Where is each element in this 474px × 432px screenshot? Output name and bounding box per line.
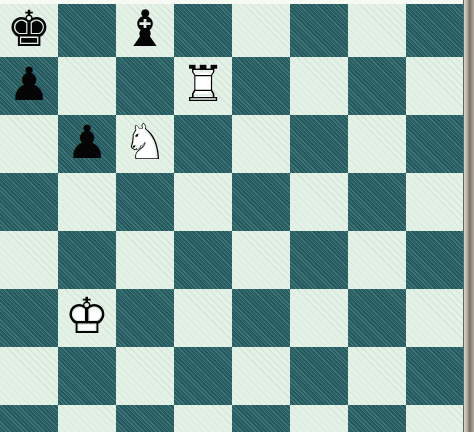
piece-white-knight-c6[interactable]: ♞♘ [116, 115, 174, 173]
square-d1[interactable] [174, 405, 232, 432]
piece-black-pawn-b6[interactable]: ♟ [58, 115, 116, 173]
square-f6[interactable] [290, 115, 348, 173]
square-e5[interactable] [232, 173, 290, 231]
square-d6[interactable] [174, 115, 232, 173]
black-bishop-glyph: ♝ [123, 4, 168, 54]
square-h3[interactable] [406, 289, 464, 347]
square-a7[interactable]: ♟ [0, 57, 58, 115]
square-c1[interactable] [116, 405, 174, 432]
black-pawn-glyph: ♟ [66, 119, 107, 165]
square-f2[interactable] [290, 347, 348, 405]
square-g5[interactable] [348, 173, 406, 231]
square-c3[interactable] [116, 289, 174, 347]
square-e4[interactable] [232, 231, 290, 289]
square-a5[interactable] [0, 173, 58, 231]
square-g4[interactable] [348, 231, 406, 289]
square-f8[interactable] [290, 4, 348, 57]
square-h4[interactable] [406, 231, 464, 289]
square-e8[interactable] [232, 4, 290, 57]
square-c5[interactable] [116, 173, 174, 231]
piece-white-king-b3[interactable]: ♚♔ [58, 289, 116, 347]
square-b6[interactable]: ♟ [58, 115, 116, 173]
square-e1[interactable] [232, 405, 290, 432]
square-a3[interactable] [0, 289, 58, 347]
square-f3[interactable] [290, 289, 348, 347]
square-a1[interactable] [0, 405, 58, 432]
square-d5[interactable] [174, 173, 232, 231]
square-e3[interactable] [232, 289, 290, 347]
square-a2[interactable] [0, 347, 58, 405]
white-rook-glyph: ♖ [181, 59, 226, 109]
square-c2[interactable] [116, 347, 174, 405]
white-king-glyph: ♔ [65, 291, 110, 341]
square-d3[interactable] [174, 289, 232, 347]
square-h8[interactable] [406, 4, 464, 57]
black-pawn-glyph: ♟ [8, 61, 49, 107]
square-d4[interactable] [174, 231, 232, 289]
white-knight-glyph: ♘ [123, 117, 168, 167]
square-b1[interactable] [58, 405, 116, 432]
chess-diagram-window: ♚♝♟♜♖♟♞♘♚♔ [0, 0, 474, 432]
square-h1[interactable] [406, 405, 464, 432]
piece-black-bishop-c8[interactable]: ♝ [116, 4, 174, 57]
square-h6[interactable] [406, 115, 464, 173]
board-edge-bevel [463, 0, 474, 432]
piece-black-pawn-a7[interactable]: ♟ [0, 57, 58, 115]
square-b5[interactable] [58, 173, 116, 231]
square-f7[interactable] [290, 57, 348, 115]
square-g6[interactable] [348, 115, 406, 173]
square-g2[interactable] [348, 347, 406, 405]
square-h2[interactable] [406, 347, 464, 405]
square-b7[interactable] [58, 57, 116, 115]
square-f1[interactable] [290, 405, 348, 432]
square-h7[interactable] [406, 57, 464, 115]
square-c8[interactable]: ♝ [116, 4, 174, 57]
square-d8[interactable] [174, 4, 232, 57]
square-h5[interactable] [406, 173, 464, 231]
square-d7[interactable]: ♜♖ [174, 57, 232, 115]
square-e2[interactable] [232, 347, 290, 405]
square-a6[interactable] [0, 115, 58, 173]
piece-black-king-a8[interactable]: ♚ [0, 4, 58, 57]
square-c4[interactable] [116, 231, 174, 289]
square-f5[interactable] [290, 173, 348, 231]
piece-white-rook-d7[interactable]: ♜♖ [174, 57, 232, 115]
square-a8[interactable]: ♚ [0, 4, 58, 57]
square-g3[interactable] [348, 289, 406, 347]
square-c7[interactable] [116, 57, 174, 115]
square-b8[interactable] [58, 4, 116, 57]
square-e7[interactable] [232, 57, 290, 115]
square-b4[interactable] [58, 231, 116, 289]
square-b2[interactable] [58, 347, 116, 405]
square-g1[interactable] [348, 405, 406, 432]
square-f4[interactable] [290, 231, 348, 289]
square-b3[interactable]: ♚♔ [58, 289, 116, 347]
square-a4[interactable] [0, 231, 58, 289]
square-d2[interactable] [174, 347, 232, 405]
square-g7[interactable] [348, 57, 406, 115]
square-e6[interactable] [232, 115, 290, 173]
square-g8[interactable] [348, 4, 406, 57]
black-king-glyph: ♚ [7, 4, 52, 54]
chess-board: ♚♝♟♜♖♟♞♘♚♔ [0, 4, 464, 432]
square-c6[interactable]: ♞♘ [116, 115, 174, 173]
